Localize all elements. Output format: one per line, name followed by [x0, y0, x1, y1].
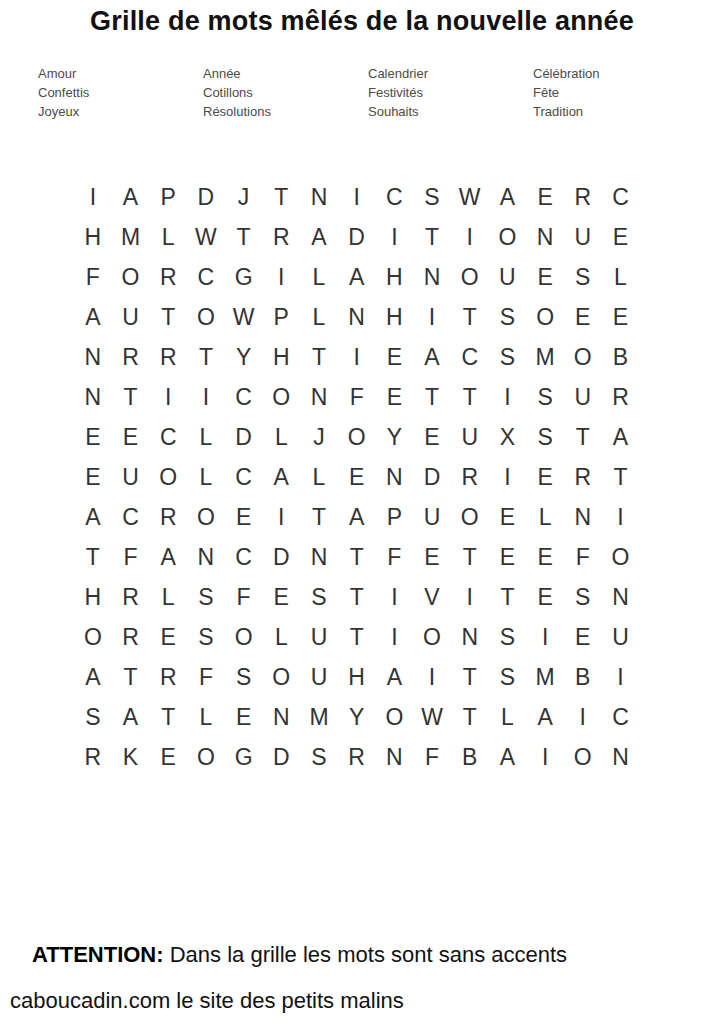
grid-cell: N: [300, 537, 338, 577]
grid-cell: O: [602, 537, 640, 577]
grid-cell: T: [489, 577, 527, 617]
grid-cell: S: [74, 697, 112, 737]
grid-cell: A: [413, 337, 451, 377]
grid-cell: H: [74, 217, 112, 257]
grid-cell: B: [564, 657, 602, 697]
grid-cell: E: [526, 457, 564, 497]
grid-cell: N: [338, 297, 376, 337]
grid-cell: A: [300, 217, 338, 257]
grid-cell: P: [262, 297, 300, 337]
grid-cell: A: [338, 257, 376, 297]
grid-cell: R: [149, 337, 187, 377]
grid-cell: T: [451, 697, 489, 737]
letter-grid: IAPDJTNICSWAERCHMLWTRADITIONUEFORCGILAHN…: [74, 177, 639, 777]
grid-cell: F: [74, 257, 112, 297]
grid-cell: F: [413, 737, 451, 777]
grid-cell: N: [376, 737, 414, 777]
grid-cell: I: [413, 657, 451, 697]
grid-cell: A: [526, 697, 564, 737]
grid-cell: F: [376, 537, 414, 577]
grid-cell: U: [413, 497, 451, 537]
grid-cell: O: [149, 457, 187, 497]
grid-cell: E: [338, 457, 376, 497]
grid-cell: D: [262, 737, 300, 777]
grid-cell: N: [602, 737, 640, 777]
word-list-item: Année: [203, 64, 368, 83]
word-list-item: Amour: [38, 64, 203, 83]
grid-cell: E: [526, 577, 564, 617]
word-list-column: AmourConfettisJoyeux: [38, 64, 203, 121]
grid-cell: O: [338, 417, 376, 457]
grid-cell: O: [526, 297, 564, 337]
grid-cell: C: [112, 497, 150, 537]
grid-cell: A: [489, 737, 527, 777]
grid-cell: N: [564, 497, 602, 537]
grid-cell: I: [187, 377, 225, 417]
grid-cell: T: [187, 337, 225, 377]
grid-cell: O: [187, 297, 225, 337]
grid-cell: T: [300, 497, 338, 537]
grid-cell: C: [225, 457, 263, 497]
grid-cell: P: [149, 177, 187, 217]
grid-cell: E: [564, 297, 602, 337]
grid-cell: T: [602, 457, 640, 497]
grid-cell: W: [225, 297, 263, 337]
grid-cell: I: [602, 657, 640, 697]
grid-cell: L: [187, 697, 225, 737]
grid-cell: A: [376, 657, 414, 697]
grid-cell: Y: [338, 697, 376, 737]
grid-cell: O: [564, 737, 602, 777]
grid-cell: E: [489, 497, 527, 537]
grid-cell: I: [451, 577, 489, 617]
grid-cell: E: [225, 697, 263, 737]
grid-cell: I: [74, 177, 112, 217]
grid-cell: R: [564, 457, 602, 497]
grid-cell: E: [602, 297, 640, 337]
grid-cell: E: [564, 617, 602, 657]
grid-cell: E: [225, 497, 263, 537]
grid-cell: L: [300, 297, 338, 337]
grid-cell: I: [376, 217, 414, 257]
grid-cell: N: [413, 257, 451, 297]
grid-cell: T: [338, 537, 376, 577]
grid-cell: O: [489, 217, 527, 257]
word-list-item: Résolutions: [203, 102, 368, 121]
grid-cell: T: [413, 217, 451, 257]
grid-cell: A: [338, 497, 376, 537]
grid-cell: O: [74, 617, 112, 657]
grid-cell: E: [413, 417, 451, 457]
grid-cell: T: [300, 337, 338, 377]
grid-cell: C: [187, 257, 225, 297]
word-list-item: Tradition: [533, 102, 698, 121]
grid-cell: X: [489, 417, 527, 457]
grid-cell: L: [187, 457, 225, 497]
grid-cell: U: [300, 617, 338, 657]
grid-cell: N: [451, 617, 489, 657]
grid-cell: I: [338, 177, 376, 217]
grid-cell: A: [74, 657, 112, 697]
grid-cell: W: [413, 697, 451, 737]
word-list-item: Cotillons: [203, 83, 368, 102]
grid-cell: T: [451, 657, 489, 697]
word-list-item: Souhaits: [368, 102, 533, 121]
grid-cell: S: [300, 577, 338, 617]
grid-cell: I: [262, 257, 300, 297]
grid-cell: L: [602, 257, 640, 297]
grid-cell: A: [262, 457, 300, 497]
grid-cell: T: [149, 697, 187, 737]
grid-cell: T: [149, 297, 187, 337]
grid-cell: J: [225, 177, 263, 217]
grid-cell: N: [74, 337, 112, 377]
grid-cell: T: [112, 377, 150, 417]
grid-cell: S: [187, 617, 225, 657]
grid-cell: O: [187, 737, 225, 777]
grid-cell: I: [451, 217, 489, 257]
grid-cell: O: [564, 337, 602, 377]
grid-cell: E: [74, 457, 112, 497]
grid-cell: Y: [225, 337, 263, 377]
grid-cell: M: [526, 337, 564, 377]
grid-cell: I: [262, 497, 300, 537]
grid-cell: O: [225, 617, 263, 657]
word-list-item: Calendrier: [368, 64, 533, 83]
grid-cell: R: [602, 377, 640, 417]
grid-cell: S: [526, 417, 564, 457]
grid-cell: I: [338, 337, 376, 377]
grid-cell: U: [602, 617, 640, 657]
grid-cell: S: [489, 617, 527, 657]
grid-cell: R: [74, 737, 112, 777]
grid-cell: S: [489, 337, 527, 377]
grid-cell: I: [602, 497, 640, 537]
grid-cell: U: [489, 257, 527, 297]
grid-cell: B: [451, 737, 489, 777]
grid-cell: R: [112, 337, 150, 377]
grid-cell: Y: [376, 417, 414, 457]
grid-cell: T: [338, 577, 376, 617]
grid-cell: E: [526, 257, 564, 297]
grid-cell: R: [338, 737, 376, 777]
grid-cell: H: [376, 257, 414, 297]
grid-cell: N: [262, 697, 300, 737]
grid-cell: S: [564, 257, 602, 297]
attention-label: ATTENTION:: [32, 942, 164, 967]
grid-cell: T: [564, 417, 602, 457]
grid-cell: H: [338, 657, 376, 697]
grid-cell: I: [376, 617, 414, 657]
grid-cell: L: [526, 497, 564, 537]
grid-cell: T: [413, 377, 451, 417]
grid-cell: U: [112, 297, 150, 337]
grid-cell: L: [187, 417, 225, 457]
grid-cell: U: [451, 417, 489, 457]
grid-cell: D: [187, 177, 225, 217]
grid-cell: O: [187, 497, 225, 537]
grid-cell: F: [564, 537, 602, 577]
grid-cell: P: [376, 497, 414, 537]
grid-cell: I: [526, 737, 564, 777]
grid-cell: F: [338, 377, 376, 417]
attention-text: Dans la grille les mots sont sans accent…: [164, 942, 568, 967]
grid-cell: C: [451, 337, 489, 377]
grid-cell: T: [74, 537, 112, 577]
grid-cell: A: [74, 297, 112, 337]
grid-cell: T: [225, 217, 263, 257]
grid-cell: W: [187, 217, 225, 257]
grid-cell: R: [451, 457, 489, 497]
grid-cell: E: [376, 377, 414, 417]
grid-cell: S: [225, 657, 263, 697]
grid-cell: L: [262, 417, 300, 457]
grid-cell: E: [526, 177, 564, 217]
grid-cell: A: [112, 697, 150, 737]
grid-cell: T: [262, 177, 300, 217]
grid-cell: V: [413, 577, 451, 617]
grid-cell: B: [602, 337, 640, 377]
grid-cell: R: [149, 257, 187, 297]
grid-cell: I: [489, 457, 527, 497]
grid-cell: M: [112, 217, 150, 257]
grid-cell: C: [149, 417, 187, 457]
page-title: Grille de mots mêlés de la nouvelle anné…: [0, 6, 724, 37]
word-list-item: Célébration: [533, 64, 698, 83]
grid-cell: C: [225, 377, 263, 417]
grid-cell: O: [413, 617, 451, 657]
grid-cell: G: [225, 737, 263, 777]
grid-cell: E: [526, 537, 564, 577]
grid-cell: S: [300, 737, 338, 777]
word-list-column: CalendrierFestivitésSouhaits: [368, 64, 533, 121]
grid-cell: I: [149, 377, 187, 417]
grid-cell: L: [262, 617, 300, 657]
grid-cell: H: [262, 337, 300, 377]
grid-cell: R: [262, 217, 300, 257]
grid-cell: L: [149, 217, 187, 257]
word-list-item: Fête: [533, 83, 698, 102]
grid-cell: A: [489, 177, 527, 217]
grid-cell: O: [376, 697, 414, 737]
grid-cell: U: [112, 457, 150, 497]
grid-cell: O: [112, 257, 150, 297]
grid-cell: M: [526, 657, 564, 697]
grid-cell: R: [112, 577, 150, 617]
grid-cell: E: [262, 577, 300, 617]
grid-cell: I: [413, 297, 451, 337]
grid-cell: S: [489, 657, 527, 697]
grid-cell: F: [112, 537, 150, 577]
grid-cell: D: [225, 417, 263, 457]
grid-cell: U: [564, 377, 602, 417]
grid-cell: C: [225, 537, 263, 577]
grid-cell: R: [112, 617, 150, 657]
grid-cell: N: [602, 577, 640, 617]
grid-cell: L: [300, 257, 338, 297]
grid-cell: T: [112, 657, 150, 697]
grid-cell: W: [451, 177, 489, 217]
grid-cell: C: [376, 177, 414, 217]
grid-cell: R: [564, 177, 602, 217]
grid-cell: S: [564, 577, 602, 617]
grid-cell: I: [376, 577, 414, 617]
grid-cell: J: [300, 417, 338, 457]
grid-cell: D: [413, 457, 451, 497]
grid-cell: F: [187, 657, 225, 697]
grid-cell: A: [149, 537, 187, 577]
grid-cell: E: [413, 537, 451, 577]
grid-cell: M: [300, 697, 338, 737]
grid-cell: E: [489, 537, 527, 577]
grid-cell: R: [149, 657, 187, 697]
grid-cell: U: [564, 217, 602, 257]
grid-cell: L: [149, 577, 187, 617]
grid-cell: G: [225, 257, 263, 297]
grid-cell: S: [413, 177, 451, 217]
grid-cell: D: [262, 537, 300, 577]
grid-cell: I: [564, 697, 602, 737]
word-list-item: Joyeux: [38, 102, 203, 121]
grid-cell: H: [376, 297, 414, 337]
grid-cell: A: [602, 417, 640, 457]
grid-cell: I: [489, 377, 527, 417]
word-list-item: Confettis: [38, 83, 203, 102]
grid-cell: E: [74, 417, 112, 457]
grid-cell: E: [149, 617, 187, 657]
grid-cell: C: [602, 177, 640, 217]
word-list-column: CélébrationFêteTradition: [533, 64, 698, 121]
grid-cell: N: [74, 377, 112, 417]
grid-cell: R: [149, 497, 187, 537]
word-search-page: Grille de mots mêlés de la nouvelle anné…: [0, 0, 724, 1024]
grid-cell: S: [187, 577, 225, 617]
grid-cell: L: [300, 457, 338, 497]
grid-cell: N: [526, 217, 564, 257]
grid-cell: E: [602, 217, 640, 257]
grid-cell: T: [451, 537, 489, 577]
grid-cell: A: [74, 497, 112, 537]
grid-cell: N: [300, 377, 338, 417]
grid-cell: K: [112, 737, 150, 777]
grid-cell: C: [602, 697, 640, 737]
grid-cell: T: [338, 617, 376, 657]
grid-cell: N: [376, 457, 414, 497]
attention-note: ATTENTION: Dans la grille les mots sont …: [32, 942, 567, 968]
grid-cell: O: [262, 377, 300, 417]
grid-cell: T: [451, 297, 489, 337]
grid-cell: F: [225, 577, 263, 617]
grid-cell: L: [489, 697, 527, 737]
grid-cell: T: [451, 377, 489, 417]
grid-cell: H: [74, 577, 112, 617]
grid-cell: O: [262, 657, 300, 697]
word-list: AmourConfettisJoyeuxAnnéeCotillonsRésolu…: [38, 64, 698, 121]
grid-cell: S: [489, 297, 527, 337]
grid-cell: O: [451, 497, 489, 537]
grid-cell: O: [451, 257, 489, 297]
grid-cell: S: [526, 377, 564, 417]
grid-cell: I: [526, 617, 564, 657]
grid-cell: N: [187, 537, 225, 577]
site-credit: caboucadin.com le site des petits malins: [10, 988, 404, 1014]
word-list-item: Festivités: [368, 83, 533, 102]
grid-cell: E: [149, 737, 187, 777]
grid-cell: E: [112, 417, 150, 457]
grid-cell: N: [300, 177, 338, 217]
grid-cell: E: [376, 337, 414, 377]
grid-cell: U: [300, 657, 338, 697]
word-list-column: AnnéeCotillonsRésolutions: [203, 64, 368, 121]
grid-cell: D: [338, 217, 376, 257]
grid-cell: A: [112, 177, 150, 217]
